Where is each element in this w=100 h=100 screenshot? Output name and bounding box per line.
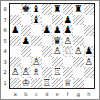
square-c5[interactable] — [31, 36, 42, 47]
square-f6[interactable]: ♟ — [63, 25, 74, 36]
square-h2[interactable] — [84, 67, 95, 78]
square-h8[interactable] — [84, 4, 95, 15]
file-label-e: e — [52, 90, 63, 98]
square-d1[interactable]: ♖ — [42, 78, 53, 89]
square-g7[interactable] — [73, 15, 84, 26]
square-b7[interactable] — [21, 15, 32, 26]
square-b2[interactable]: ♙ — [21, 67, 32, 78]
square-f8[interactable] — [63, 4, 74, 15]
rank-labels: 87654321 — [1, 4, 9, 88]
rank-label-6: 6 — [1, 25, 9, 36]
rank-label-2: 2 — [1, 67, 9, 78]
white-n-piece: ♘ — [63, 46, 74, 57]
square-d6[interactable]: ♟ — [42, 25, 53, 36]
square-d5[interactable] — [42, 36, 53, 47]
square-e6[interactable]: ♟ — [52, 25, 63, 36]
square-b1[interactable]: ♔ — [21, 78, 32, 89]
square-e4[interactable]: ♙ — [52, 46, 63, 57]
square-g8[interactable]: ♜ — [73, 4, 84, 15]
square-d2[interactable] — [42, 67, 53, 78]
square-a1[interactable] — [10, 78, 21, 89]
black-b-piece: ♝ — [31, 4, 42, 15]
square-c4[interactable] — [31, 46, 42, 57]
white-b-piece: ♗ — [31, 67, 42, 78]
square-e1[interactable] — [52, 78, 63, 89]
black-p-piece: ♟ — [84, 46, 95, 57]
square-b4[interactable] — [21, 46, 32, 57]
rank-label-7: 7 — [1, 15, 9, 26]
square-a6[interactable]: ♟ — [10, 25, 21, 36]
square-h6[interactable] — [84, 25, 95, 36]
square-d3[interactable] — [42, 57, 53, 68]
file-labels: abcdefgh — [10, 90, 94, 98]
black-p-piece: ♟ — [63, 25, 74, 36]
white-k-piece: ♔ — [21, 78, 32, 89]
square-a2[interactable]: ♙ — [10, 67, 21, 78]
square-h7[interactable] — [84, 15, 95, 26]
rank-label-5: 5 — [1, 36, 9, 47]
rank-label-8: 8 — [1, 4, 9, 15]
black-r-piece: ♜ — [73, 4, 84, 15]
black-b-piece: ♝ — [31, 15, 42, 26]
white-p-piece: ♙ — [73, 46, 84, 57]
black-k-piece: ♚ — [21, 4, 32, 15]
white-p-piece: ♙ — [10, 67, 21, 78]
file-label-f: f — [63, 90, 74, 98]
square-e2[interactable]: ♖ — [52, 67, 63, 78]
square-g6[interactable] — [73, 25, 84, 36]
square-c6[interactable] — [31, 25, 42, 36]
square-a8[interactable] — [10, 4, 21, 15]
square-a4[interactable] — [10, 46, 21, 57]
square-h3[interactable]: ♙ — [84, 57, 95, 68]
square-c7[interactable]: ♝ — [31, 15, 42, 26]
chess-diagram: 87654321 ♚♝♜♜♝♟♟♟♟♟♟♛♙♙♘♙♟♙♙♙♙♗♖♔♖♕ abcd… — [0, 0, 100, 100]
square-h1[interactable] — [84, 78, 95, 89]
rank-label-4: 4 — [1, 46, 9, 57]
file-label-d: d — [42, 90, 53, 98]
black-r-piece: ♜ — [52, 4, 63, 15]
square-e8[interactable]: ♜ — [52, 4, 63, 15]
black-p-piece: ♟ — [21, 36, 32, 47]
black-p-piece: ♟ — [42, 25, 53, 36]
square-a5[interactable] — [10, 36, 21, 47]
rank-label-3: 3 — [1, 57, 9, 68]
white-p-piece: ♙ — [52, 46, 63, 57]
square-c2[interactable]: ♗ — [31, 67, 42, 78]
file-label-h: h — [84, 90, 95, 98]
file-label-b: b — [21, 90, 32, 98]
square-g3[interactable] — [73, 57, 84, 68]
white-p-piece: ♙ — [84, 57, 95, 68]
square-h4[interactable]: ♟ — [84, 46, 95, 57]
white-q-piece: ♕ — [63, 78, 74, 89]
file-label-a: a — [10, 90, 21, 98]
square-c8[interactable]: ♝ — [31, 4, 42, 15]
black-p-piece: ♟ — [10, 25, 21, 36]
rank-label-1: 1 — [1, 78, 9, 89]
white-r-piece: ♖ — [42, 78, 53, 89]
square-g2[interactable] — [73, 67, 84, 78]
white-r-piece: ♖ — [52, 67, 63, 78]
chess-board: ♚♝♜♜♝♟♟♟♟♟♟♛♙♙♘♙♟♙♙♙♙♗♖♔♖♕ — [9, 3, 95, 89]
square-g4[interactable]: ♙ — [73, 46, 84, 57]
square-d4[interactable] — [42, 46, 53, 57]
square-c1[interactable] — [31, 78, 42, 89]
square-b6[interactable] — [21, 25, 32, 36]
square-b5[interactable]: ♟ — [21, 36, 32, 47]
black-p-piece: ♟ — [52, 25, 63, 36]
square-f4[interactable]: ♘ — [63, 46, 74, 57]
square-g1[interactable] — [73, 78, 84, 89]
file-label-c: c — [31, 90, 42, 98]
square-f1[interactable]: ♕ — [63, 78, 74, 89]
square-d8[interactable] — [42, 4, 53, 15]
square-f3[interactable] — [63, 57, 74, 68]
square-b8[interactable]: ♚ — [21, 4, 32, 15]
white-p-piece: ♙ — [21, 67, 32, 78]
file-label-g: g — [73, 90, 84, 98]
square-f2[interactable] — [63, 67, 74, 78]
